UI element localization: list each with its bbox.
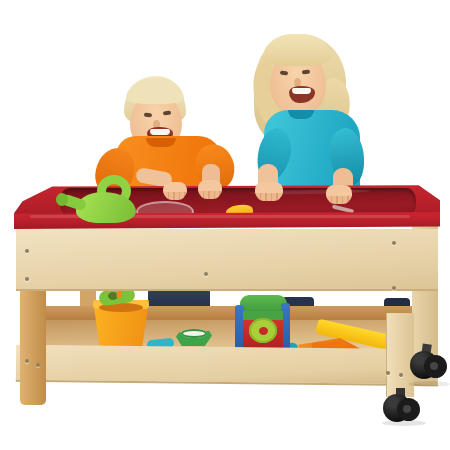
caster-hub	[430, 362, 438, 370]
screw	[392, 241, 396, 245]
girl-eye	[302, 70, 310, 75]
caster-hub	[403, 405, 411, 413]
girl-eye	[280, 71, 288, 76]
screw	[25, 249, 29, 253]
screw	[204, 272, 208, 276]
girl-bangs	[263, 34, 331, 66]
product-photo	[0, 0, 450, 450]
girl-teeth	[292, 88, 311, 94]
screw	[392, 286, 396, 290]
boy-eye	[163, 111, 171, 116]
screw	[399, 373, 403, 377]
screw	[386, 371, 390, 375]
girl-fingers	[256, 193, 282, 201]
boy-collar	[146, 138, 176, 147]
shelf-front-rail	[16, 345, 438, 386]
floor-shadow	[382, 420, 426, 426]
boy-eye	[144, 113, 152, 118]
sand-wheel-hub	[259, 327, 268, 335]
boy-fringe	[126, 78, 184, 104]
table-apron	[16, 229, 438, 291]
floor-shadow	[408, 381, 450, 387]
table-left-leg	[20, 289, 46, 405]
green-boat-deck	[181, 329, 207, 338]
watering-can-rose	[56, 193, 68, 206]
sand-wheel-hopper	[240, 295, 287, 312]
screw	[25, 277, 29, 281]
screw	[25, 359, 29, 363]
screw	[36, 363, 40, 367]
boy-teeth	[150, 129, 170, 135]
